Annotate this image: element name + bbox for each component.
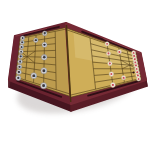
svg-text:馬: 馬 <box>17 71 21 74</box>
piece-black-p-r3f4: 卒 <box>41 54 47 60</box>
piece-red-C-r7f7: 炮 <box>122 76 126 80</box>
piece-black-b-r0f2: 象 <box>20 45 24 49</box>
svg-text:車: 車 <box>17 76 20 80</box>
piece-black-c-r2f7: 砲 <box>31 73 37 79</box>
svg-text:卒: 卒 <box>43 31 46 35</box>
piece-red-P-r6f0: 兵 <box>105 42 109 46</box>
piece-red-P-r6f4: 兵 <box>108 61 112 65</box>
svg-text:兵: 兵 <box>112 83 115 87</box>
piece-red-R-r9f8: 車 <box>137 77 141 81</box>
piece-black-r-r0f8: 車 <box>16 75 21 80</box>
piece-black-a-r0f5: 士 <box>18 59 22 63</box>
piece-black-b-r0f6: 象 <box>17 65 22 70</box>
piece-black-a-r0f3: 士 <box>19 50 23 54</box>
svg-text:卒: 卒 <box>43 43 46 47</box>
piece-black-k-r0f4: 將 <box>19 54 23 58</box>
piece-black-p-r3f6: 卒 <box>41 68 47 74</box>
piece-black-p-r3f0: 卒 <box>42 31 47 36</box>
piece-red-P-r6f6: 兵 <box>109 72 114 77</box>
piece-black-n-r0f7: 馬 <box>17 70 22 75</box>
piece-black-c-r2f1: 砲 <box>34 38 38 42</box>
piece-red-C-r7f1: 炮 <box>117 50 121 54</box>
xiangqi-set-product-photo: 卒車砲馬兵卒象士炮車兵馬將卒相士仕兵帥象仕卒相馬兵馬砲炮車車兵卒 <box>0 0 150 150</box>
piece-red-P-r6f8: 兵 <box>111 83 116 88</box>
piece-black-p-r3f2: 卒 <box>42 42 47 47</box>
piece-black-r-r0f0: 車 <box>21 36 25 40</box>
piece-black-p-r3f8: 卒 <box>41 83 47 89</box>
piece-black-n-r0f1: 馬 <box>20 40 24 44</box>
piece-red-P-r6f2: 兵 <box>106 51 110 55</box>
hinge-screw-1 <box>133 72 135 74</box>
board-left-half-black-side <box>9 23 71 104</box>
svg-text:卒: 卒 <box>43 55 46 59</box>
xiangqi-board: 卒車砲馬兵卒象士炮車兵馬將卒相士仕兵帥象仕卒相馬兵馬砲炮車車兵卒 <box>0 0 150 150</box>
